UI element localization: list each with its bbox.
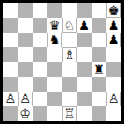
square-a7[interactable] (3, 18, 18, 33)
piece-white-pawn[interactable]: ♙ (4, 92, 17, 106)
piece-black-king[interactable]: ♚ (107, 3, 120, 17)
square-h5[interactable] (106, 47, 121, 62)
square-d8[interactable] (47, 3, 62, 18)
square-c1[interactable] (33, 106, 48, 121)
square-h8[interactable]: ♚ (106, 3, 121, 18)
chess-board: ♚♛♘♟♟♞♟♗♜♙♙♙♔♖ (3, 3, 121, 121)
square-g8[interactable] (92, 3, 107, 18)
square-e4[interactable] (62, 62, 77, 77)
square-g1[interactable] (92, 106, 107, 121)
piece-white-pawn[interactable]: ♙ (19, 92, 32, 106)
piece-black-rook[interactable]: ♜ (92, 62, 105, 76)
square-e8[interactable] (62, 3, 77, 18)
square-b5[interactable] (18, 47, 33, 62)
square-e6[interactable] (62, 33, 77, 48)
square-f8[interactable] (77, 3, 92, 18)
square-f6[interactable] (77, 33, 92, 48)
square-d5[interactable] (47, 47, 62, 62)
square-d7[interactable]: ♛ (47, 18, 62, 33)
square-g3[interactable] (92, 77, 107, 92)
square-a3[interactable] (3, 77, 18, 92)
square-d4[interactable] (47, 62, 62, 77)
square-d3[interactable] (47, 77, 62, 92)
square-h7[interactable]: ♟ (106, 18, 121, 33)
square-f5[interactable] (77, 47, 92, 62)
square-a6[interactable] (3, 33, 18, 48)
piece-black-pawn[interactable]: ♟ (107, 18, 120, 32)
piece-white-rook[interactable]: ♖ (63, 107, 76, 121)
square-f7[interactable]: ♟ (77, 18, 92, 33)
square-g4[interactable]: ♜ (92, 62, 107, 77)
square-c6[interactable] (33, 33, 48, 48)
square-d1[interactable] (47, 106, 62, 121)
square-c8[interactable] (33, 3, 48, 18)
square-h3[interactable] (106, 77, 121, 92)
square-c2[interactable] (33, 92, 48, 107)
square-b7[interactable] (18, 18, 33, 33)
square-g5[interactable] (92, 47, 107, 62)
square-c5[interactable] (33, 47, 48, 62)
piece-white-king[interactable]: ♔ (19, 107, 32, 121)
square-d6[interactable]: ♞ (47, 33, 62, 48)
square-a5[interactable] (3, 47, 18, 62)
square-a8[interactable] (3, 3, 18, 18)
square-c7[interactable] (33, 18, 48, 33)
square-f3[interactable] (77, 77, 92, 92)
square-e5[interactable]: ♗ (62, 47, 77, 62)
square-a4[interactable] (3, 62, 18, 77)
square-g6[interactable] (92, 33, 107, 48)
square-c3[interactable] (33, 77, 48, 92)
piece-black-pawn[interactable]: ♟ (78, 18, 91, 32)
square-b1[interactable]: ♔ (18, 106, 33, 121)
square-h4[interactable] (106, 62, 121, 77)
piece-white-knight[interactable]: ♘ (63, 18, 76, 32)
square-e1[interactable]: ♖ (62, 106, 77, 121)
piece-white-bishop[interactable]: ♗ (63, 48, 76, 62)
square-g2[interactable] (92, 92, 107, 107)
piece-black-pawn[interactable]: ♟ (107, 33, 120, 47)
square-c4[interactable] (33, 62, 48, 77)
square-h1[interactable] (106, 106, 121, 121)
piece-white-pawn[interactable]: ♙ (107, 92, 120, 106)
square-f4[interactable] (77, 62, 92, 77)
square-h6[interactable]: ♟ (106, 33, 121, 48)
square-b6[interactable] (18, 33, 33, 48)
piece-black-queen[interactable]: ♛ (48, 18, 61, 32)
chess-board-frame: ♚♛♘♟♟♞♟♗♜♙♙♙♔♖ (0, 0, 124, 124)
square-e2[interactable] (62, 92, 77, 107)
square-b2[interactable]: ♙ (18, 92, 33, 107)
square-b3[interactable] (18, 77, 33, 92)
square-e7[interactable]: ♘ (62, 18, 77, 33)
square-f2[interactable] (77, 92, 92, 107)
piece-black-knight[interactable]: ♞ (48, 33, 61, 47)
square-g7[interactable] (92, 18, 107, 33)
square-b8[interactable] (18, 3, 33, 18)
square-a1[interactable] (3, 106, 18, 121)
square-e3[interactable] (62, 77, 77, 92)
square-b4[interactable] (18, 62, 33, 77)
square-h2[interactable]: ♙ (106, 92, 121, 107)
square-f1[interactable] (77, 106, 92, 121)
square-a2[interactable]: ♙ (3, 92, 18, 107)
square-d2[interactable] (47, 92, 62, 107)
